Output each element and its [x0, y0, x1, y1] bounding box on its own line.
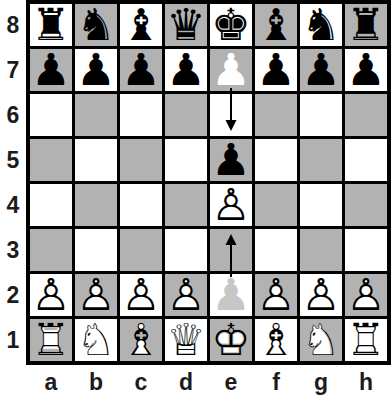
square-h5[interactable]	[345, 139, 387, 181]
square-h3[interactable]	[345, 229, 387, 271]
square-d2[interactable]: ♟♙	[165, 274, 207, 316]
square-g2[interactable]: ♟♙	[300, 274, 342, 316]
square-b6[interactable]	[75, 94, 117, 136]
piece-white-pawn[interactable]: ♙	[211, 183, 250, 227]
square-h6[interactable]	[345, 94, 387, 136]
square-a2[interactable]: ♟♙	[30, 274, 72, 316]
square-c6[interactable]	[120, 94, 162, 136]
square-a5[interactable]	[30, 139, 72, 181]
square-h8[interactable]: ♜	[345, 4, 387, 46]
rank-label-4: 4	[0, 184, 26, 226]
rank-label-6: 6	[0, 94, 26, 136]
square-a8[interactable]: ♜	[30, 4, 72, 46]
square-e1[interactable]: ♚♔	[210, 319, 252, 361]
rank-label-2: 2	[0, 274, 26, 316]
piece-black-queen[interactable]: ♛	[166, 3, 205, 47]
square-f2[interactable]: ♟♙	[255, 274, 297, 316]
file-labels: abcdefgh	[26, 365, 391, 400]
ghost-pawn-e2: ♟	[211, 273, 250, 317]
square-e3[interactable]	[210, 229, 252, 271]
square-c7[interactable]: ♟	[120, 49, 162, 91]
piece-white-queen[interactable]: ♕	[166, 318, 205, 362]
square-d8[interactable]: ♛	[165, 4, 207, 46]
rank-label-1: 1	[0, 319, 26, 361]
file-label-a: a	[30, 369, 72, 396]
file-label-h: h	[345, 369, 387, 396]
piece-white-bishop[interactable]: ♗	[256, 318, 295, 362]
rank-labels: 87654321	[0, 0, 26, 365]
square-g7[interactable]: ♟	[300, 49, 342, 91]
square-h2[interactable]: ♟♙	[345, 274, 387, 316]
file-label-e: e	[210, 369, 252, 396]
square-e2[interactable]: ♟	[210, 274, 252, 316]
square-b8[interactable]: ♞	[75, 4, 117, 46]
square-b4[interactable]	[75, 184, 117, 226]
square-c2[interactable]: ♟♙	[120, 274, 162, 316]
piece-white-bishop[interactable]: ♗	[121, 318, 160, 362]
piece-black-rook[interactable]: ♜	[346, 3, 385, 47]
piece-white-pawn[interactable]: ♙	[346, 273, 385, 317]
square-c1[interactable]: ♝♗	[120, 319, 162, 361]
piece-black-rook[interactable]: ♜	[31, 3, 70, 47]
square-e8[interactable]: ♚	[210, 4, 252, 46]
square-f8[interactable]: ♝	[255, 4, 297, 46]
square-e5[interactable]: ♟	[210, 139, 252, 181]
square-f4[interactable]	[255, 184, 297, 226]
piece-black-knight[interactable]: ♞	[76, 3, 115, 47]
square-a6[interactable]	[30, 94, 72, 136]
square-b1[interactable]: ♞♘	[75, 319, 117, 361]
piece-black-pawn[interactable]: ♟	[121, 48, 160, 92]
piece-black-king[interactable]: ♚	[211, 3, 250, 47]
piece-white-pawn[interactable]: ♙	[256, 273, 295, 317]
piece-black-bishop[interactable]: ♝	[121, 3, 160, 47]
piece-black-pawn[interactable]: ♟	[166, 48, 205, 92]
square-g4[interactable]	[300, 184, 342, 226]
square-e4[interactable]: ♟♙	[210, 184, 252, 226]
chess-board: ♜♞♝♛♚♝♞♜♟♟♟♟♟♟♟♟♟♟♙♟♙♟♙♟♙♟♙♟♟♙♟♙♟♙♜♖♞♘♝♗…	[26, 0, 391, 365]
piece-white-pawn[interactable]: ♙	[301, 273, 340, 317]
rank-label-5: 5	[0, 139, 26, 181]
square-f5[interactable]	[255, 139, 297, 181]
file-label-b: b	[75, 369, 117, 396]
chess-diagram: 87654321 ♜♞♝♛♚♝♞♜♟♟♟♟♟♟♟♟♟♟♙♟♙♟♙♟♙♟♙♟♟♙♟…	[0, 0, 391, 400]
square-e6[interactable]	[210, 94, 252, 136]
file-label-d: d	[165, 369, 207, 396]
piece-black-bishop[interactable]: ♝	[256, 3, 295, 47]
square-d3[interactable]	[165, 229, 207, 271]
square-d5[interactable]	[165, 139, 207, 181]
rank-label-7: 7	[0, 49, 26, 91]
square-g8[interactable]: ♞	[300, 4, 342, 46]
square-c5[interactable]	[120, 139, 162, 181]
square-a3[interactable]	[30, 229, 72, 271]
piece-black-pawn[interactable]: ♟	[211, 138, 250, 182]
piece-black-knight[interactable]: ♞	[301, 3, 340, 47]
square-d7[interactable]: ♟	[165, 49, 207, 91]
piece-black-pawn[interactable]: ♟	[31, 48, 70, 92]
square-f1[interactable]: ♝♗	[255, 319, 297, 361]
square-f3[interactable]	[255, 229, 297, 271]
square-g6[interactable]	[300, 94, 342, 136]
square-b7[interactable]: ♟	[75, 49, 117, 91]
piece-white-knight[interactable]: ♘	[301, 318, 340, 362]
square-f7[interactable]: ♟	[255, 49, 297, 91]
piece-white-pawn[interactable]: ♙	[76, 273, 115, 317]
square-g5[interactable]	[300, 139, 342, 181]
square-d6[interactable]	[165, 94, 207, 136]
square-g3[interactable]	[300, 229, 342, 271]
square-b3[interactable]	[75, 229, 117, 271]
piece-white-knight[interactable]: ♘	[76, 318, 115, 362]
square-d4[interactable]	[165, 184, 207, 226]
file-label-f: f	[255, 369, 297, 396]
piece-black-pawn[interactable]: ♟	[76, 48, 115, 92]
square-e7[interactable]: ♟	[210, 49, 252, 91]
file-label-g: g	[300, 369, 342, 396]
piece-white-rook[interactable]: ♖	[346, 318, 385, 362]
piece-black-pawn[interactable]: ♟	[346, 48, 385, 92]
square-c3[interactable]	[120, 229, 162, 271]
square-b5[interactable]	[75, 139, 117, 181]
square-c8[interactable]: ♝	[120, 4, 162, 46]
piece-white-pawn[interactable]: ♙	[166, 273, 205, 317]
piece-white-pawn[interactable]: ♙	[121, 273, 160, 317]
piece-black-pawn[interactable]: ♟	[256, 48, 295, 92]
square-d1[interactable]: ♛♕	[165, 319, 207, 361]
rank-label-8: 8	[0, 4, 26, 46]
piece-white-king[interactable]: ♔	[211, 318, 250, 362]
piece-black-pawn[interactable]: ♟	[301, 48, 340, 92]
ghost-pawn-e7: ♟	[211, 48, 250, 92]
rank-label-3: 3	[0, 229, 26, 271]
square-c4[interactable]	[120, 184, 162, 226]
piece-white-pawn[interactable]: ♙	[31, 273, 70, 317]
square-f6[interactable]	[255, 94, 297, 136]
square-h7[interactable]: ♟	[345, 49, 387, 91]
square-h1[interactable]: ♜♖	[345, 319, 387, 361]
square-a1[interactable]: ♜♖	[30, 319, 72, 361]
file-label-c: c	[120, 369, 162, 396]
board-area: ♜♞♝♛♚♝♞♜♟♟♟♟♟♟♟♟♟♟♙♟♙♟♙♟♙♟♙♟♟♙♟♙♟♙♜♖♞♘♝♗…	[26, 0, 391, 365]
piece-white-rook[interactable]: ♖	[31, 318, 70, 362]
square-a7[interactable]: ♟	[30, 49, 72, 91]
square-g1[interactable]: ♞♘	[300, 319, 342, 361]
square-a4[interactable]	[30, 184, 72, 226]
square-b2[interactable]: ♟♙	[75, 274, 117, 316]
square-h4[interactable]	[345, 184, 387, 226]
